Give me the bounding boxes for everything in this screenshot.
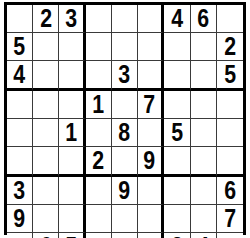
cell-r1c1[interactable] [7,5,33,33]
cell-r6c7[interactable] [164,147,190,177]
cell-r2c8[interactable] [191,33,217,61]
cell-r1c9[interactable] [217,5,243,33]
cell-r5c4[interactable] [86,119,112,147]
cell-r8c3[interactable] [59,205,85,233]
given-digit: 3 [65,5,77,32]
cell-r7c1[interactable]: 3 [7,177,33,205]
cell-r2c7[interactable] [164,33,190,61]
cell-r6c9[interactable] [217,147,243,177]
given-digit: 9 [144,147,156,174]
given-digit: 9 [119,177,131,204]
cell-r5c6[interactable] [138,119,164,147]
cell-r3c1[interactable]: 4 [7,61,33,91]
given-digit: 5 [224,61,236,88]
cell-r4c6[interactable]: 7 [138,91,164,119]
cell-r4c2[interactable] [33,91,59,119]
cell-r8c8[interactable] [191,205,217,233]
cell-r2c1[interactable]: 5 [7,33,33,61]
cell-r3c6[interactable] [138,61,164,91]
cell-r5c7[interactable]: 5 [164,119,190,147]
cell-r9c3[interactable]: 5 [59,233,85,238]
cell-r2c4[interactable] [86,33,112,61]
given-digit: 2 [224,33,236,60]
cell-r9c5[interactable] [112,233,138,238]
cell-r6c6[interactable]: 9 [138,147,164,177]
given-digit: 7 [144,91,156,118]
cell-r8c4[interactable] [86,205,112,233]
cell-r4c4[interactable]: 1 [86,91,112,119]
cell-r7c6[interactable] [138,177,164,205]
given-digit: 2 [92,147,104,174]
cell-r9c9[interactable] [217,233,243,238]
cell-r5c1[interactable] [7,119,33,147]
cell-r1c3[interactable]: 3 [59,5,85,33]
given-digit: 1 [65,119,77,146]
cell-r9c7[interactable]: 2 [164,233,190,238]
given-digit: 2 [40,5,52,32]
given-digit: 6 [197,5,209,32]
cell-r8c6[interactable] [138,205,164,233]
cell-r4c8[interactable] [191,91,217,119]
cell-r1c5[interactable] [112,5,138,33]
cell-r8c1[interactable]: 9 [7,205,33,233]
cell-r1c2[interactable]: 2 [33,5,59,33]
cell-r9c2[interactable]: 6 [33,233,59,238]
cell-r7c9[interactable]: 6 [217,177,243,205]
cell-r2c2[interactable] [33,33,59,61]
given-digit: 4 [14,61,26,88]
given-digit: 3 [14,177,26,204]
cell-r3c9[interactable]: 5 [217,61,243,91]
cell-r6c1[interactable] [7,147,33,177]
given-digit: 6 [224,177,236,204]
cell-r6c2[interactable] [33,147,59,177]
cell-r4c1[interactable] [7,91,33,119]
given-digit: 3 [119,61,131,88]
cell-r7c3[interactable] [59,177,85,205]
cell-r6c3[interactable] [59,147,85,177]
cell-r8c9[interactable]: 7 [217,205,243,233]
given-digit: 5 [14,33,26,60]
cell-r7c7[interactable] [164,177,190,205]
cell-r3c5[interactable]: 3 [112,61,138,91]
cell-r5c3[interactable]: 1 [59,119,85,147]
cell-r9c1[interactable] [7,233,33,238]
given-digit: 5 [171,119,183,146]
cell-r3c4[interactable] [86,61,112,91]
given-digit: 4 [171,5,183,32]
cell-r1c4[interactable] [86,5,112,33]
cell-r2c6[interactable] [138,33,164,61]
cell-r4c5[interactable] [112,91,138,119]
cell-r4c9[interactable] [217,91,243,119]
cell-r2c9[interactable]: 2 [217,33,243,61]
sudoku-board: 2346524351718529396976524 [4,2,246,235]
cell-r1c7[interactable]: 4 [164,5,190,33]
cell-r4c3[interactable] [59,91,85,119]
cell-r3c2[interactable] [33,61,59,91]
cell-r7c2[interactable] [33,177,59,205]
cell-r8c2[interactable] [33,205,59,233]
cell-r4c7[interactable] [164,91,190,119]
given-digit: 7 [224,205,236,232]
given-digit: 1 [92,91,104,118]
cell-r2c3[interactable] [59,33,85,61]
cell-r9c8[interactable]: 4 [191,233,217,238]
given-digit: 9 [14,205,26,232]
given-digit: 8 [119,119,131,146]
cell-r1c6[interactable] [138,5,164,33]
cell-r9c4[interactable] [86,233,112,238]
cell-r6c5[interactable] [112,147,138,177]
given-digit: 6 [40,233,52,238]
cell-r3c7[interactable] [164,61,190,91]
cell-r7c8[interactable] [191,177,217,205]
cell-r5c2[interactable] [33,119,59,147]
cell-r8c7[interactable] [164,205,190,233]
cell-r1c8[interactable]: 6 [191,5,217,33]
given-digit: 2 [171,233,183,238]
cell-r5c9[interactable] [217,119,243,147]
given-digit: 5 [65,233,77,238]
cell-r6c8[interactable] [191,147,217,177]
cell-r5c5[interactable]: 8 [112,119,138,147]
cell-r5c8[interactable] [191,119,217,147]
cell-r9c6[interactable] [138,233,164,238]
cell-r7c5[interactable]: 9 [112,177,138,205]
cell-r2c5[interactable] [112,33,138,61]
given-digit: 4 [197,233,209,238]
cell-r8c5[interactable] [112,205,138,233]
cell-r7c4[interactable] [86,177,112,205]
cell-r6c4[interactable]: 2 [86,147,112,177]
cell-r3c8[interactable] [191,61,217,91]
cell-r3c3[interactable] [59,61,85,91]
